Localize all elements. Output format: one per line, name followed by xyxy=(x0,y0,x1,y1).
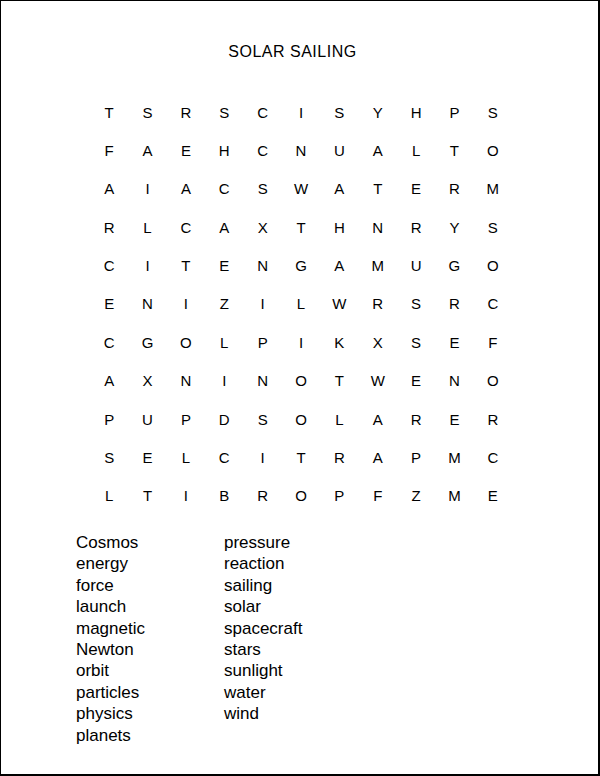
word-item: particles xyxy=(76,682,145,703)
grid-cell-r10c4: C xyxy=(205,438,243,476)
grid-cell-r7c11: F xyxy=(474,323,512,361)
word-item: planets xyxy=(76,725,145,746)
grid-cell-r8c1: A xyxy=(90,362,128,400)
grid-cell-r5c5: N xyxy=(243,246,281,284)
grid-cell-r6c4: Z xyxy=(205,285,243,323)
grid-cell-r5c7: A xyxy=(320,246,358,284)
word-item: Newton xyxy=(76,639,145,660)
word-item: orbit xyxy=(76,660,145,681)
grid-cell-r4c8: N xyxy=(359,208,397,246)
word-item: stars xyxy=(224,639,302,660)
grid-cell-r4c3: C xyxy=(167,208,205,246)
grid-cell-r9c10: E xyxy=(435,400,473,438)
grid-cell-r1c8: Y xyxy=(359,93,397,131)
grid-cell-r3c5: S xyxy=(243,170,281,208)
grid-cell-r8c11: O xyxy=(474,362,512,400)
grid-cell-r7c1: C xyxy=(90,323,128,361)
grid-cell-r5c2: I xyxy=(128,246,166,284)
word-item: launch xyxy=(76,596,145,617)
grid-cell-r8c9: E xyxy=(397,362,435,400)
grid-cell-r7c2: G xyxy=(128,323,166,361)
grid-cell-r11c6: O xyxy=(282,477,320,515)
grid-cell-r3c3: A xyxy=(167,170,205,208)
grid-cell-r9c4: D xyxy=(205,400,243,438)
grid-cell-r10c9: P xyxy=(397,438,435,476)
word-item: Cosmos xyxy=(76,532,145,553)
grid-cell-r7c9: S xyxy=(397,323,435,361)
grid-cell-r9c6: O xyxy=(282,400,320,438)
grid-cell-r4c10: Y xyxy=(435,208,473,246)
grid-cell-r9c8: A xyxy=(359,400,397,438)
grid-cell-r6c5: I xyxy=(243,285,281,323)
grid-cell-r10c1: S xyxy=(90,438,128,476)
grid-cell-r4c6: T xyxy=(282,208,320,246)
grid-cell-r8c5: N xyxy=(243,362,281,400)
grid-cell-r9c9: R xyxy=(397,400,435,438)
grid-cell-r6c1: E xyxy=(90,285,128,323)
grid-cell-r8c6: O xyxy=(282,362,320,400)
grid-cell-r6c3: I xyxy=(167,285,205,323)
grid-cell-r11c10: M xyxy=(435,477,473,515)
grid-cell-r4c1: R xyxy=(90,208,128,246)
grid-cell-r2c2: A xyxy=(128,131,166,169)
grid-cell-r1c2: S xyxy=(128,93,166,131)
grid-cell-r11c9: Z xyxy=(397,477,435,515)
grid-cell-r11c8: F xyxy=(359,477,397,515)
grid-cell-r3c8: T xyxy=(359,170,397,208)
word-item: wind xyxy=(224,703,302,724)
grid-cell-r10c11: C xyxy=(474,438,512,476)
word-item: force xyxy=(76,575,145,596)
grid-cell-r6c6: L xyxy=(282,285,320,323)
grid-cell-r3c6: W xyxy=(282,170,320,208)
grid-cell-r1c3: R xyxy=(167,93,205,131)
grid-cell-r5c8: M xyxy=(359,246,397,284)
grid-cell-r3c2: I xyxy=(128,170,166,208)
grid-cell-r7c3: O xyxy=(167,323,205,361)
grid-cell-r6c11: C xyxy=(474,285,512,323)
grid-cell-r2c5: C xyxy=(243,131,281,169)
grid-cell-r10c6: T xyxy=(282,438,320,476)
grid-cell-r4c7: H xyxy=(320,208,358,246)
letter-grid: TSRSCISYHPSFAEHCNUALTOAIACSWATERMRLCAXTH… xyxy=(90,93,512,515)
grid-cell-r2c6: N xyxy=(282,131,320,169)
word-item: spacecraft xyxy=(224,618,302,639)
grid-cell-r2c3: E xyxy=(167,131,205,169)
puzzle-title: SOLAR SAILING xyxy=(1,43,584,61)
grid-cell-r10c2: E xyxy=(128,438,166,476)
grid-cell-r1c1: T xyxy=(90,93,128,131)
word-item: physics xyxy=(76,703,145,724)
grid-cell-r1c11: S xyxy=(474,93,512,131)
grid-cell-r5c1: C xyxy=(90,246,128,284)
grid-cell-r2c8: A xyxy=(359,131,397,169)
grid-cell-r7c6: I xyxy=(282,323,320,361)
grid-cell-r3c4: C xyxy=(205,170,243,208)
grid-cell-r5c3: T xyxy=(167,246,205,284)
grid-cell-r1c7: S xyxy=(320,93,358,131)
grid-cell-r4c4: A xyxy=(205,208,243,246)
grid-cell-r8c10: N xyxy=(435,362,473,400)
grid-cell-r6c2: N xyxy=(128,285,166,323)
grid-cell-r8c7: T xyxy=(320,362,358,400)
word-item: reaction xyxy=(224,553,302,574)
grid-cell-r10c10: M xyxy=(435,438,473,476)
word-item: water xyxy=(224,682,302,703)
grid-cell-r2c7: U xyxy=(320,131,358,169)
grid-cell-r2c10: T xyxy=(435,131,473,169)
grid-cell-r9c1: P xyxy=(90,400,128,438)
word-item: pressure xyxy=(224,532,302,553)
word-list-right: pressurereactionsailingsolarspacecraftst… xyxy=(224,532,302,725)
grid-cell-r5c11: O xyxy=(474,246,512,284)
grid-cell-r8c2: X xyxy=(128,362,166,400)
grid-cell-r7c10: E xyxy=(435,323,473,361)
grid-cell-r9c7: L xyxy=(320,400,358,438)
grid-cell-r2c1: F xyxy=(90,131,128,169)
word-item: sailing xyxy=(224,575,302,596)
grid-cell-r10c8: A xyxy=(359,438,397,476)
grid-cell-r10c7: R xyxy=(320,438,358,476)
grid-cell-r4c2: L xyxy=(128,208,166,246)
grid-cell-r6c9: S xyxy=(397,285,435,323)
grid-cell-r5c6: G xyxy=(282,246,320,284)
word-item: sunlight xyxy=(224,660,302,681)
grid-cell-r3c7: A xyxy=(320,170,358,208)
grid-cell-r2c4: H xyxy=(205,131,243,169)
grid-cell-r1c10: P xyxy=(435,93,473,131)
grid-cell-r7c5: P xyxy=(243,323,281,361)
grid-cell-r9c11: R xyxy=(474,400,512,438)
grid-cell-r7c4: L xyxy=(205,323,243,361)
grid-cell-r11c3: I xyxy=(167,477,205,515)
grid-cell-r1c9: H xyxy=(397,93,435,131)
grid-cell-r5c9: U xyxy=(397,246,435,284)
grid-cell-r6c10: R xyxy=(435,285,473,323)
grid-cell-r10c5: I xyxy=(243,438,281,476)
grid-cell-r4c9: R xyxy=(397,208,435,246)
grid-cell-r10c3: L xyxy=(167,438,205,476)
word-item: energy xyxy=(76,553,145,574)
grid-cell-r3c11: M xyxy=(474,170,512,208)
grid-cell-r5c10: G xyxy=(435,246,473,284)
grid-cell-r2c9: L xyxy=(397,131,435,169)
grid-cell-r4c5: X xyxy=(243,208,281,246)
grid-cell-r3c10: R xyxy=(435,170,473,208)
grid-cell-r4c11: S xyxy=(474,208,512,246)
grid-cell-r2c11: O xyxy=(474,131,512,169)
grid-cell-r7c7: K xyxy=(320,323,358,361)
word-item: solar xyxy=(224,596,302,617)
grid-cell-r11c5: R xyxy=(243,477,281,515)
word-list-left: CosmosenergyforcelaunchmagneticNewtonorb… xyxy=(76,532,145,746)
grid-cell-r9c2: U xyxy=(128,400,166,438)
grid-cell-r8c8: W xyxy=(359,362,397,400)
grid-cell-r11c2: T xyxy=(128,477,166,515)
grid-cell-r11c7: P xyxy=(320,477,358,515)
grid-cell-r8c3: N xyxy=(167,362,205,400)
grid-cell-r8c4: I xyxy=(205,362,243,400)
grid-cell-r7c8: X xyxy=(359,323,397,361)
grid-cell-r9c3: P xyxy=(167,400,205,438)
grid-cell-r5c4: E xyxy=(205,246,243,284)
grid-cell-r3c1: A xyxy=(90,170,128,208)
grid-cell-r3c9: E xyxy=(397,170,435,208)
word-search-page: SOLAR SAILING TSRSCISYHPSFAEHCNUALTOAIAC… xyxy=(0,0,600,776)
grid-cell-r6c8: R xyxy=(359,285,397,323)
grid-cell-r6c7: W xyxy=(320,285,358,323)
grid-cell-r1c4: S xyxy=(205,93,243,131)
grid-cell-r11c4: B xyxy=(205,477,243,515)
grid-cell-r11c11: E xyxy=(474,477,512,515)
grid-cell-r11c1: L xyxy=(90,477,128,515)
word-item: magnetic xyxy=(76,618,145,639)
grid-cell-r9c5: S xyxy=(243,400,281,438)
grid-cell-r1c5: C xyxy=(243,93,281,131)
grid-cell-r1c6: I xyxy=(282,93,320,131)
